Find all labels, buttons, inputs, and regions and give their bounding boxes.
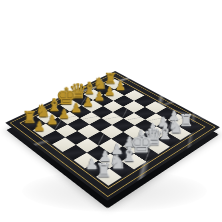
gold-piece-p[interactable]: ♟	[46, 113, 58, 126]
gold-piece-p[interactable]: ♟	[93, 90, 104, 102]
board-grid: ♜♟♟♜♞♟♟♞♝♟♟♝♛♟♟♛♚♟♟♚♝♟♟♝♞♟♟♞♜♟♟♜	[23, 79, 201, 186]
gold-piece-p[interactable]: ♟	[82, 96, 93, 108]
product-photo-canvas: ♜♟♟♜♞♟♟♞♝♟♟♝♛♟♟♛♚♟♟♚♝♟♟♝♞♟♟♞♜♟♟♜	[0, 0, 222, 222]
gold-piece-p[interactable]: ♟	[58, 107, 70, 120]
gold-piece-p[interactable]: ♟	[33, 119, 45, 132]
gold-piece-p[interactable]: ♟	[70, 101, 81, 114]
gold-piece-p[interactable]: ♟	[104, 85, 115, 97]
silver-piece-r[interactable]: ♜	[96, 162, 112, 180]
gold-piece-p[interactable]: ♟	[115, 80, 126, 92]
